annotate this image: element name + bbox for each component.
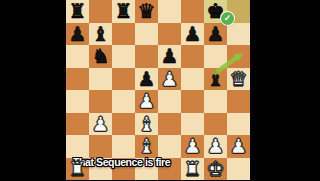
square-g1[interactable]: ♚ (204, 158, 227, 181)
square-b6[interactable]: ♞ (89, 45, 112, 68)
square-e8[interactable] (158, 0, 181, 23)
video-frame: ♜♜♛♚♟♝♟♟♞♟♟♟♝♛♟♟♝♝♟♟♟♜♜♚ ✓ That Sequence… (0, 0, 320, 180)
square-h2[interactable]: ♟ (227, 135, 250, 158)
piece-white-rook-a1[interactable]: ♜ (69, 158, 87, 180)
square-g6[interactable] (204, 45, 227, 68)
square-d3[interactable]: ♝ (135, 113, 158, 136)
square-d7[interactable] (135, 23, 158, 46)
piece-white-pawn-g2[interactable]: ♟ (207, 135, 225, 157)
square-h5[interactable]: ♛ (227, 68, 250, 91)
square-g7[interactable]: ♟ (204, 23, 227, 46)
square-c8[interactable]: ♜ (112, 0, 135, 23)
good-move-checkmark-icon: ✓ (221, 12, 234, 25)
square-a3[interactable] (66, 113, 89, 136)
piece-black-pawn-e6[interactable]: ♟ (161, 45, 179, 67)
piece-white-pawn-h2[interactable]: ♟ (230, 135, 248, 157)
piece-black-knight-b6[interactable]: ♞ (92, 45, 110, 67)
piece-white-bishop-d3[interactable]: ♝ (138, 113, 156, 135)
piece-white-queen-h5[interactable]: ♛ (230, 68, 248, 90)
square-b3[interactable]: ♟ (89, 113, 112, 136)
square-a7[interactable]: ♟ (66, 23, 89, 46)
square-e4[interactable] (158, 90, 181, 113)
letterbox-left (0, 0, 66, 180)
square-c6[interactable] (112, 45, 135, 68)
square-e6[interactable]: ♟ (158, 45, 181, 68)
piece-white-pawn-b3[interactable]: ♟ (92, 113, 110, 135)
square-a2[interactable] (66, 135, 89, 158)
square-e2[interactable] (158, 135, 181, 158)
square-b8[interactable] (89, 0, 112, 23)
piece-black-queen-d8[interactable]: ♛ (138, 0, 156, 22)
caption-text: That Sequence is fire (73, 156, 170, 168)
square-d2[interactable]: ♝ (135, 135, 158, 158)
square-b2[interactable] (89, 135, 112, 158)
piece-black-pawn-g7[interactable]: ♟ (207, 23, 225, 45)
square-f8[interactable] (181, 0, 204, 23)
letterbox-right (250, 0, 320, 180)
square-f1[interactable]: ♜ (181, 158, 204, 181)
square-g2[interactable]: ♟ (204, 135, 227, 158)
piece-white-pawn-d4[interactable]: ♟ (138, 90, 156, 112)
square-d5[interactable]: ♟ (135, 68, 158, 91)
square-g3[interactable] (204, 113, 227, 136)
piece-white-bishop-d2[interactable]: ♝ (138, 135, 156, 157)
square-a8[interactable]: ♜ (66, 0, 89, 23)
square-a4[interactable] (66, 90, 89, 113)
chess-board: ♜♜♛♚♟♝♟♟♞♟♟♟♝♛♟♟♝♝♟♟♟♜♜♚ (66, 0, 250, 180)
square-b5[interactable] (89, 68, 112, 91)
square-g4[interactable] (204, 90, 227, 113)
square-f3[interactable] (181, 113, 204, 136)
square-f5[interactable] (181, 68, 204, 91)
square-h6[interactable] (227, 45, 250, 68)
piece-black-pawn-d5[interactable]: ♟ (138, 68, 156, 90)
piece-black-bishop-g5[interactable]: ♝ (207, 68, 225, 90)
square-c7[interactable] (112, 23, 135, 46)
square-a1[interactable]: ♜ (66, 158, 89, 181)
piece-white-pawn-e5[interactable]: ♟ (161, 68, 179, 90)
piece-black-pawn-a7[interactable]: ♟ (69, 23, 87, 45)
square-f6[interactable] (181, 45, 204, 68)
piece-black-rook-a8[interactable]: ♜ (69, 0, 87, 22)
square-h3[interactable] (227, 113, 250, 136)
square-a5[interactable] (66, 68, 89, 91)
square-d6[interactable] (135, 45, 158, 68)
square-e7[interactable] (158, 23, 181, 46)
square-f4[interactable] (181, 90, 204, 113)
square-f2[interactable]: ♟ (181, 135, 204, 158)
piece-white-king-g1[interactable]: ♚ (207, 158, 225, 180)
square-b4[interactable] (89, 90, 112, 113)
square-h7[interactable] (227, 23, 250, 46)
square-e5[interactable]: ♟ (158, 68, 181, 91)
square-c2[interactable] (112, 135, 135, 158)
square-c3[interactable] (112, 113, 135, 136)
square-d4[interactable]: ♟ (135, 90, 158, 113)
square-h4[interactable] (227, 90, 250, 113)
piece-white-rook-f1[interactable]: ♜ (184, 158, 202, 180)
square-b7[interactable]: ♝ (89, 23, 112, 46)
square-a6[interactable] (66, 45, 89, 68)
square-g5[interactable]: ♝ (204, 68, 227, 91)
square-e3[interactable] (158, 113, 181, 136)
square-h1[interactable] (227, 158, 250, 181)
piece-white-pawn-f2[interactable]: ♟ (184, 135, 202, 157)
piece-black-bishop-b7[interactable]: ♝ (92, 23, 110, 45)
square-f7[interactable]: ♟ (181, 23, 204, 46)
square-c5[interactable] (112, 68, 135, 91)
square-d8[interactable]: ♛ (135, 0, 158, 23)
square-c4[interactable] (112, 90, 135, 113)
piece-black-pawn-f7[interactable]: ♟ (184, 23, 202, 45)
piece-black-rook-c8[interactable]: ♜ (115, 0, 133, 22)
